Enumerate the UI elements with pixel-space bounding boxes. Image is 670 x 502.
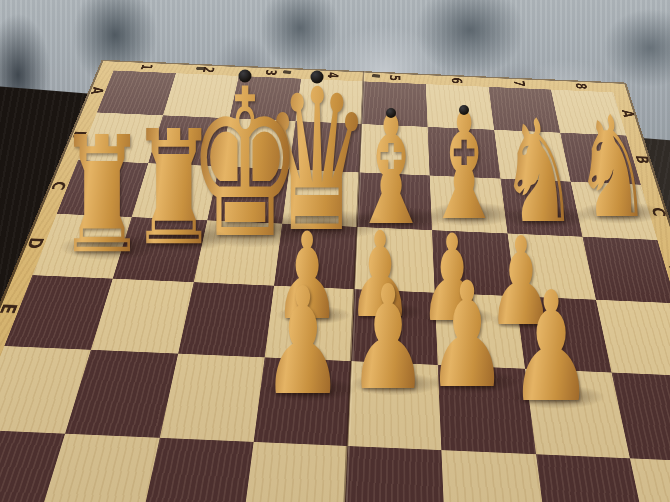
- pawn-glyph: ♟: [262, 268, 344, 416]
- pawn-glyph: ♟: [348, 266, 428, 410]
- black-finial-ball: [459, 105, 469, 115]
- rook-glyph: ♜: [58, 116, 147, 276]
- black-finial-ball: [386, 108, 396, 118]
- pawn-glyph: ♟: [509, 272, 593, 424]
- pawn-glyph: ♟: [426, 262, 507, 408]
- pieces-layer: ♞♝♞♝♛♚♜♜♟♟♟♟♟♟♟♟: [0, 0, 670, 502]
- black-finial-ball: [239, 70, 252, 83]
- black-finial-ball: [311, 71, 324, 84]
- photo-scene: 1122334455667788AABBCCDDEEFFGGHH ♞♝♞♝♛♚♜…: [0, 0, 670, 502]
